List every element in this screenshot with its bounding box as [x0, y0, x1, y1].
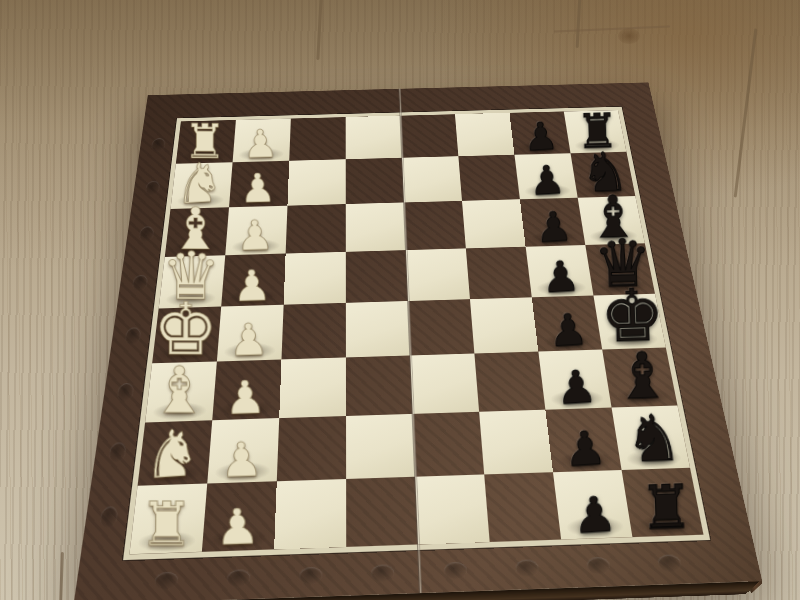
white-pawn-e2[interactable]: ♟ [228, 318, 269, 361]
black-pawn-a7[interactable]: ♟ [523, 117, 560, 156]
chess-board: ♜♟♟♜♞♟♟♞♝♟♟♝♛♟♟♛♚♟♟♚♝♟♟♝♞♟♟♞♜♟♟♜ [73, 82, 762, 600]
square-a5[interactable] [400, 114, 458, 157]
square-a4[interactable] [346, 116, 402, 160]
white-pawn-b2[interactable]: ♟ [240, 169, 277, 208]
square-d4[interactable] [346, 250, 408, 303]
square-a6[interactable] [455, 113, 515, 156]
square-e3[interactable] [281, 303, 345, 360]
square-b6[interactable] [458, 155, 520, 201]
square-h4[interactable] [346, 477, 418, 547]
frame-medallion [657, 554, 683, 572]
square-c6[interactable] [462, 199, 526, 248]
frame-medallion [154, 571, 179, 589]
white-bishop-f1[interactable]: ♝ [150, 361, 208, 423]
square-e2[interactable]: ♟ [217, 305, 284, 362]
square-g7[interactable]: ♟ [545, 408, 621, 473]
square-f8[interactable]: ♝ [602, 348, 677, 408]
square-d7[interactable]: ♟ [526, 245, 594, 297]
square-b7[interactable]: ♟ [515, 153, 578, 199]
frame-medallion [124, 327, 141, 345]
square-f7[interactable]: ♟ [538, 350, 611, 410]
square-f6[interactable] [474, 352, 545, 412]
floor-plank-joint [734, 28, 758, 197]
square-f3[interactable] [279, 357, 346, 418]
frame-medallion [443, 561, 467, 579]
black-pawn-g7[interactable]: ♟ [563, 425, 608, 473]
frame-medallion [227, 569, 251, 587]
square-h6[interactable] [484, 472, 561, 542]
square-g5[interactable] [413, 412, 485, 477]
square-e6[interactable] [470, 297, 538, 353]
frame-medallion [138, 226, 154, 241]
square-c4[interactable] [346, 202, 406, 251]
square-f4[interactable] [346, 355, 413, 416]
square-e4[interactable] [346, 301, 410, 357]
square-h2[interactable]: ♟ [202, 481, 277, 552]
square-b2[interactable]: ♟ [229, 161, 289, 208]
frame-medallion [99, 507, 119, 529]
floor-plank-joint [316, 0, 322, 60]
floor-plank-joint [554, 25, 670, 32]
square-g4[interactable] [346, 414, 415, 479]
square-a2[interactable]: ♟ [233, 119, 291, 163]
floor-plank-joint [59, 552, 64, 600]
square-f2[interactable]: ♟ [212, 359, 281, 420]
square-b4[interactable] [346, 158, 404, 204]
black-knight-g8[interactable]: ♞ [624, 407, 683, 470]
square-a7[interactable]: ♟ [509, 111, 570, 154]
square-d6[interactable] [466, 247, 532, 299]
frame-medallion [145, 181, 160, 196]
square-e7[interactable]: ♟ [532, 296, 602, 352]
frame-medallion [372, 564, 395, 582]
frame-medallion [108, 442, 127, 462]
square-g1[interactable]: ♞ [138, 420, 213, 486]
square-c5[interactable] [404, 201, 466, 250]
white-pawn-h2[interactable]: ♟ [215, 503, 261, 551]
black-rook-h8[interactable]: ♜ [638, 478, 693, 537]
black-pawn-h7[interactable]: ♟ [572, 490, 619, 540]
floor-plank-joint [576, 0, 582, 48]
square-h3[interactable] [274, 479, 346, 549]
white-pawn-c2[interactable]: ♟ [236, 216, 274, 256]
square-d3[interactable] [284, 252, 346, 305]
white-knight-g1[interactable]: ♞ [140, 422, 202, 487]
square-h1[interactable]: ♜ [129, 484, 207, 555]
wood-knot [618, 28, 640, 44]
frame-medallion [299, 566, 322, 584]
black-pawn-c7[interactable]: ♟ [534, 207, 573, 248]
square-g3[interactable] [277, 416, 346, 481]
white-pawn-a2[interactable]: ♟ [243, 125, 279, 163]
square-c7[interactable]: ♟ [520, 198, 585, 247]
square-g8[interactable]: ♞ [612, 405, 690, 469]
square-f5[interactable] [410, 353, 479, 413]
square-g6[interactable] [479, 410, 553, 475]
square-c2[interactable]: ♟ [225, 206, 287, 256]
board-grid: ♜♟♟♜♞♟♟♞♝♟♟♝♛♟♟♛♚♟♟♚♝♟♟♝♞♟♟♞♜♟♟♜ [129, 110, 703, 554]
square-b3[interactable] [287, 159, 345, 205]
square-h5[interactable] [415, 474, 489, 544]
white-pawn-f2[interactable]: ♟ [224, 376, 266, 421]
black-pawn-d7[interactable]: ♟ [541, 256, 581, 299]
square-f1[interactable]: ♝ [145, 361, 217, 422]
square-d5[interactable] [406, 248, 470, 301]
frame-medallion [515, 559, 539, 577]
square-h7[interactable]: ♟ [553, 470, 632, 540]
white-pawn-d2[interactable]: ♟ [232, 265, 272, 307]
black-pawn-b7[interactable]: ♟ [528, 161, 566, 201]
square-g2[interactable]: ♟ [207, 418, 279, 483]
white-pawn-g2[interactable]: ♟ [220, 437, 264, 484]
frame-medallion [116, 383, 134, 402]
square-c3[interactable] [286, 204, 346, 253]
board-playing-area: ♜♟♟♜♞♟♟♞♝♟♟♝♛♟♟♛♚♟♟♚♝♟♟♝♞♟♟♞♜♟♟♜ [123, 107, 710, 560]
frame-medallion [151, 138, 166, 152]
square-d2[interactable]: ♟ [221, 254, 285, 307]
square-e5[interactable] [408, 299, 474, 355]
square-a3[interactable] [289, 117, 346, 161]
frame-medallion [586, 556, 611, 574]
black-pawn-e7[interactable]: ♟ [548, 308, 590, 352]
frame-medallion [131, 275, 148, 291]
square-h8[interactable]: ♜ [622, 468, 704, 537]
black-bishop-f8[interactable]: ♝ [613, 346, 672, 409]
white-rook-h1[interactable]: ♜ [139, 496, 194, 554]
black-pawn-f7[interactable]: ♟ [555, 365, 598, 411]
square-b5[interactable] [402, 156, 462, 202]
